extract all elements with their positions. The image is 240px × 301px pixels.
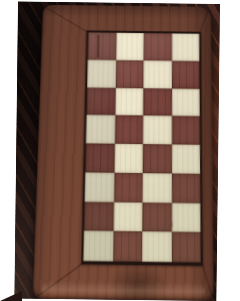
square-r3c4 bbox=[171, 88, 199, 116]
square-r1c4 bbox=[171, 33, 199, 60]
square-r2c3 bbox=[143, 60, 171, 88]
square-r8c3 bbox=[142, 232, 171, 262]
square-r6c2 bbox=[114, 172, 143, 202]
square-r1c2 bbox=[116, 33, 144, 60]
photo-corner-bleed bbox=[0, 291, 22, 301]
frame-miter-top-right bbox=[199, 7, 210, 32]
square-r4c2 bbox=[114, 115, 143, 144]
playing-surface bbox=[81, 30, 203, 266]
square-r8c1 bbox=[83, 231, 113, 261]
square-r4c3 bbox=[143, 116, 172, 145]
square-r5c1 bbox=[85, 143, 114, 172]
square-r4c4 bbox=[171, 116, 200, 145]
square-r5c4 bbox=[171, 144, 200, 173]
page-background: { "game": "chess", "scene_description": … bbox=[0, 0, 240, 301]
frame-miter-bottom-right bbox=[202, 264, 214, 300]
frame-miter-top-left bbox=[43, 6, 86, 32]
frame-gloss-highlight bbox=[42, 281, 206, 298]
square-r3c2 bbox=[115, 87, 144, 115]
square-r2c2 bbox=[115, 60, 143, 88]
square-r2c4 bbox=[171, 61, 199, 89]
square-r6c3 bbox=[142, 173, 171, 203]
square-r6c1 bbox=[85, 172, 114, 202]
square-r3c1 bbox=[87, 87, 116, 115]
square-r6c4 bbox=[171, 173, 200, 203]
square-r7c4 bbox=[171, 202, 200, 232]
checker-grid bbox=[83, 32, 200, 262]
square-r7c3 bbox=[142, 202, 171, 232]
frame-miter-bottom-left bbox=[34, 263, 83, 299]
square-r5c3 bbox=[143, 144, 172, 173]
square-r1c1 bbox=[88, 32, 116, 59]
square-r7c1 bbox=[84, 201, 114, 231]
photo-area bbox=[14, 2, 220, 301]
square-r3c3 bbox=[143, 88, 171, 116]
square-r1c3 bbox=[144, 33, 172, 60]
frame-shadow-smudge bbox=[108, 261, 168, 301]
square-r7c2 bbox=[113, 202, 142, 232]
square-r8c4 bbox=[171, 232, 200, 262]
square-r4c1 bbox=[86, 115, 115, 144]
square-r2c1 bbox=[87, 60, 116, 88]
chessboard-box bbox=[33, 5, 214, 301]
square-r5c2 bbox=[114, 144, 143, 173]
square-r8c2 bbox=[113, 231, 143, 261]
